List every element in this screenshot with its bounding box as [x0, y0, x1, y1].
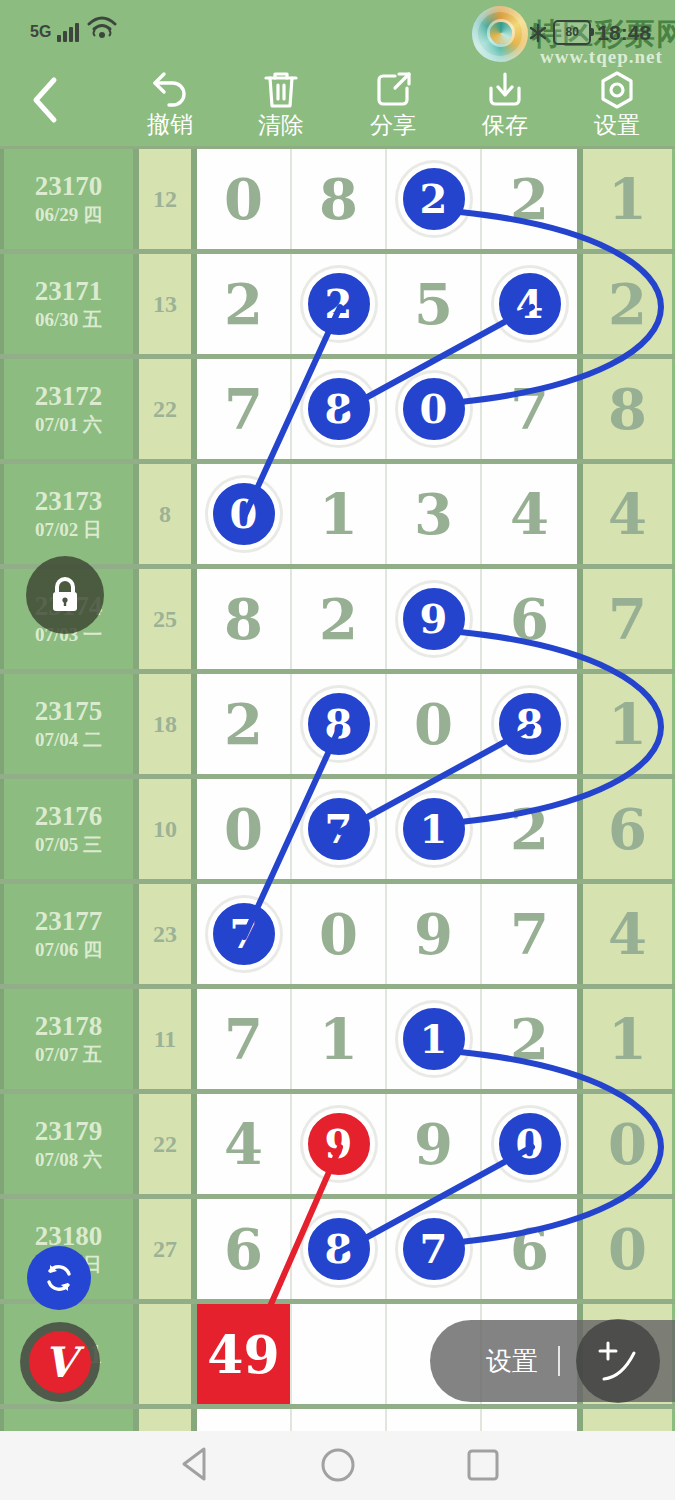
draw-row-12: [0, 1409, 675, 1431]
digit-cell[interactable]: 6: [197, 1199, 292, 1299]
digit-cell[interactable]: 0: [387, 359, 482, 459]
digit: 8: [608, 381, 647, 437]
row-label: [0, 1409, 133, 1431]
digit-cell[interactable]: 0: [583, 1094, 672, 1194]
sum-cell: 12: [139, 149, 191, 249]
digit-cell[interactable]: 4: [482, 464, 577, 564]
digit-cell[interactable]: 6: [482, 569, 577, 669]
nav-home-icon[interactable]: [320, 1447, 356, 1483]
row-label: 2317507/04 二: [0, 674, 133, 774]
row-label: 2317907/08 六: [0, 1094, 133, 1194]
undo-icon: [150, 71, 190, 109]
draw-row-23173: 2317307/02 日801344: [0, 464, 675, 569]
digit-cell[interactable]: 1: [583, 674, 672, 774]
draw-row-23175: 2317507/04 二1828081: [0, 674, 675, 779]
lock-button[interactable]: [26, 556, 104, 634]
digit-cell[interactable]: 6: [482, 1199, 577, 1299]
digit-cell[interactable]: 0: [197, 149, 292, 249]
back-button[interactable]: [28, 72, 68, 132]
digit-cell[interactable]: 9: [387, 1094, 482, 1194]
digit: 2: [510, 801, 549, 857]
toolbar: 撤销 清除 分享: [0, 60, 675, 146]
lock-icon: [47, 576, 83, 614]
digit-cell[interactable]: 2: [482, 989, 577, 1089]
add-line-icon: [594, 1337, 642, 1385]
status-left: 5G: [30, 14, 119, 48]
digit: 1: [608, 696, 647, 752]
draw-date: 07/07 五: [35, 1042, 102, 1068]
draw-tool-button[interactable]: [576, 1319, 660, 1403]
bluetooth-icon: [529, 23, 547, 43]
digit-cell[interactable]: [583, 1409, 672, 1431]
digit-cell[interactable]: 7: [197, 359, 292, 459]
draw-date: 07/04 二: [35, 727, 102, 753]
clock: 18:48: [597, 21, 651, 45]
digit-cell[interactable]: 1: [292, 464, 387, 564]
digit-cell[interactable]: [482, 1409, 577, 1431]
nav-recents-icon[interactable]: [466, 1448, 500, 1482]
save-button[interactable]: 保存: [460, 70, 550, 137]
draw-date: 07/02 日: [35, 517, 102, 543]
circled-digit-blue: 0: [398, 373, 470, 445]
row-label: 2317707/06 四: [0, 884, 133, 984]
digit-cell[interactable]: 0: [583, 1199, 672, 1299]
digit: 7: [510, 381, 549, 437]
draw-row-23177: 2317707/06 四2370974: [0, 884, 675, 989]
save-icon: [485, 70, 525, 110]
draw-row-23170: 2317006/29 四1208221: [0, 149, 675, 254]
status-right: 80 18:48: [529, 20, 651, 45]
site-logo-icon: [472, 6, 528, 62]
digit: 2: [510, 171, 549, 227]
digit: 2: [224, 696, 263, 752]
sum-cell: 23: [139, 884, 191, 984]
circled-digit-blue: 2: [303, 268, 375, 340]
nav-back-icon[interactable]: [178, 1445, 210, 1483]
digit: 9: [414, 906, 453, 962]
digit-cell[interactable]: 7: [197, 884, 292, 984]
digit-cell[interactable]: 7: [387, 1199, 482, 1299]
pill-settings-label: 设置: [486, 1344, 538, 1379]
digit-cell[interactable]: 9: [387, 884, 482, 984]
digit: 7: [510, 906, 549, 962]
row-label: 2317807/07 五: [0, 989, 133, 1089]
circled-digit-blue: 7: [398, 1213, 470, 1285]
digit: 1: [319, 1011, 358, 1067]
circled-digit-blue: 1: [398, 793, 470, 865]
digit-cell[interactable]: 0: [292, 884, 387, 984]
digit-cell[interactable]: 0: [482, 1094, 577, 1194]
digit: 6: [608, 801, 647, 857]
digit: 5: [414, 276, 453, 332]
digit: 2: [510, 1011, 549, 1067]
digit-cell[interactable]: 1: [387, 779, 482, 879]
digit: 0: [319, 906, 358, 962]
digit: 4: [608, 906, 647, 962]
confirm-glyph: V: [29, 1331, 91, 1393]
digit: 7: [608, 591, 647, 647]
digit-cell[interactable]: 2: [292, 254, 387, 354]
refresh-button[interactable]: [27, 1246, 91, 1310]
circled-digit-blue: 4: [494, 268, 566, 340]
digit-cell[interactable]: 8: [292, 359, 387, 459]
digit-cell[interactable]: 8: [197, 569, 292, 669]
status-bar: 5G 特区彩票网 www.tqep.net: [0, 0, 675, 60]
save-label: 保存: [482, 112, 528, 138]
digit: 6: [510, 1221, 549, 1277]
digit: 8: [224, 591, 263, 647]
draw-row-23180: 2318007/09 日2768760: [0, 1199, 675, 1304]
android-navbar: [0, 1431, 675, 1500]
digit: 1: [608, 171, 647, 227]
network-type-label: 5G: [30, 24, 51, 48]
period-number: 23173: [35, 486, 103, 517]
settings-label: 设置: [594, 112, 640, 138]
digit: 2: [608, 276, 647, 332]
share-icon: [373, 70, 413, 110]
wifi-icon: [85, 14, 119, 48]
sum-cell: 22: [139, 1094, 191, 1194]
digit-cell[interactable]: 6: [583, 779, 672, 879]
draw-row-23176: 2317607/05 三1007126: [0, 779, 675, 884]
circled-digit-blue: 8: [494, 688, 566, 760]
circled-digit-blue: 8: [303, 1213, 375, 1285]
app-screen: 5G 特区彩票网 www.tqep.net: [0, 0, 675, 1500]
circled-digit-blue: 8: [303, 373, 375, 445]
signal-bars-icon: [57, 23, 79, 48]
share-label: 分享: [370, 112, 416, 138]
digit-cell[interactable]: 2: [292, 569, 387, 669]
circled-digit-blue: 0: [208, 478, 280, 550]
digit: 0: [224, 171, 263, 227]
row-label: 2317006/29 四: [0, 149, 133, 249]
digit: 0: [414, 696, 453, 752]
digit: 7: [224, 1011, 263, 1067]
digit-cell[interactable]: 9: [387, 569, 482, 669]
sum-cell: 25: [139, 569, 191, 669]
digit-cell[interactable]: 7: [583, 569, 672, 669]
sum-cell: [139, 1409, 191, 1431]
confirm-button[interactable]: V: [20, 1322, 100, 1402]
digit-cell[interactable]: 8: [292, 1199, 387, 1299]
digit-cell[interactable]: 2: [482, 779, 577, 879]
sum-cell: 13: [139, 254, 191, 354]
clear-label: 清除: [258, 112, 304, 138]
digit-cell[interactable]: 8: [292, 149, 387, 249]
digit-cell[interactable]: 4: [482, 254, 577, 354]
draw-row-23178: 2317807/07 五1171121: [0, 989, 675, 1094]
sum-cell: 8: [139, 464, 191, 564]
period-number: 23170: [35, 171, 103, 202]
draw-date: 06/30 五: [35, 307, 102, 333]
sum-cell: 27: [139, 1199, 191, 1299]
period-number: 23171: [35, 276, 103, 307]
draw-row-23179: 2317907/08 六2249900: [0, 1094, 675, 1199]
period-number: 23178: [35, 1011, 103, 1042]
digit: 1: [608, 1011, 647, 1067]
settings-pill[interactable]: 设置: [430, 1320, 675, 1402]
digit-cell[interactable]: 0: [197, 464, 292, 564]
digit-cell[interactable]: 1: [583, 149, 672, 249]
digit: 0: [224, 801, 263, 857]
digit-cell[interactable]: [197, 1409, 292, 1431]
digit-cell[interactable]: 3: [387, 464, 482, 564]
digit: 4: [608, 486, 647, 542]
draw-row-23172: 2317207/01 六2278078: [0, 359, 675, 464]
sum-cell: 18: [139, 674, 191, 774]
sum-cell: 11: [139, 989, 191, 1089]
digit-cell[interactable]: 7: [197, 989, 292, 1089]
sum-cell: [139, 1304, 191, 1404]
digit-cell[interactable]: 8: [482, 674, 577, 774]
period-number: 23175: [35, 696, 103, 727]
digit-cell[interactable]: 0: [387, 674, 482, 774]
digit-cell[interactable]: 7: [482, 884, 577, 984]
digit-cell[interactable]: 1: [292, 989, 387, 1089]
circled-digit-red: 9: [303, 1108, 375, 1180]
row-label: 2317307/02 日: [0, 464, 133, 564]
digit: 6: [510, 591, 549, 647]
undo-label: 撤销: [147, 111, 193, 137]
digit: 8: [319, 171, 358, 227]
circled-digit-blue: 1: [398, 1003, 470, 1075]
trash-icon: [262, 70, 300, 110]
digit-cell[interactable]: 2: [482, 149, 577, 249]
digit-cell[interactable]: 8: [292, 674, 387, 774]
prediction-square[interactable]: 49: [197, 1304, 290, 1404]
sum-cell: 22: [139, 359, 191, 459]
circled-digit-blue: 0: [494, 1108, 566, 1180]
clear-button[interactable]: 清除: [236, 70, 326, 137]
digit-cell[interactable]: 0: [197, 779, 292, 879]
digit: 3: [414, 486, 453, 542]
digit-cell[interactable]: 4: [583, 884, 672, 984]
digit: 6: [224, 1221, 263, 1277]
circled-digit-blue: 9: [398, 583, 470, 655]
digit-cell[interactable]: 5: [387, 254, 482, 354]
digit: 0: [608, 1221, 647, 1277]
digit: 7: [224, 381, 263, 437]
battery-icon: 80: [553, 20, 591, 45]
sum-cell: 10: [139, 779, 191, 879]
undo-button[interactable]: 撤销: [125, 71, 215, 136]
trend-chart-board: 2317006/29 四12082212317106/30 五132254223…: [0, 146, 675, 1434]
period-number: 23172: [35, 381, 103, 412]
digit-cell[interactable]: 7: [482, 359, 577, 459]
circled-digit-blue: 8: [303, 688, 375, 760]
circled-digit-blue: 7: [303, 793, 375, 865]
circled-digit-blue: 2: [398, 163, 470, 235]
period-number: 23179: [35, 1116, 103, 1147]
digit: 0: [608, 1116, 647, 1172]
digit-cell[interactable]: [292, 1304, 387, 1404]
share-button[interactable]: 分享: [348, 70, 438, 137]
digit-cell[interactable]: 2: [197, 254, 292, 354]
draw-date: 07/05 三: [35, 832, 102, 858]
draw-date: 07/01 六: [35, 412, 102, 438]
digit: 4: [224, 1116, 263, 1172]
row-label: 2317106/30 五: [0, 254, 133, 354]
row-label: 2317207/01 六: [0, 359, 133, 459]
draw-date: 06/29 四: [35, 202, 102, 228]
draw-row-23171: 2317106/30 五1322542: [0, 254, 675, 359]
period-number: 23176: [35, 801, 103, 832]
digit-cell[interactable]: [387, 1409, 482, 1431]
row-label: 2317607/05 三: [0, 779, 133, 879]
digit-cell[interactable]: 1: [583, 989, 672, 1089]
digit-cell[interactable]: 2: [583, 254, 672, 354]
pill-divider: [558, 1346, 560, 1376]
digit: 2: [319, 591, 358, 647]
digit-cell[interactable]: 2: [197, 674, 292, 774]
digit: 2: [224, 276, 263, 332]
digit: 4: [510, 486, 549, 542]
digit: 1: [319, 486, 358, 542]
settings-icon: [597, 70, 637, 110]
digit-cell[interactable]: 2: [387, 149, 482, 249]
digit-cell[interactable]: [292, 1409, 387, 1431]
digit-cell[interactable]: 9: [292, 1094, 387, 1194]
digit-cell[interactable]: 7: [292, 779, 387, 879]
digit-cell[interactable]: 4: [583, 464, 672, 564]
digit-cell[interactable]: 8: [583, 359, 672, 459]
draw-date: 07/08 六: [35, 1147, 102, 1173]
digit-cell[interactable]: 49: [197, 1304, 292, 1404]
digit-cell[interactable]: 1: [387, 989, 482, 1089]
period-number: 23177: [35, 906, 103, 937]
refresh-icon: [41, 1260, 77, 1296]
settings-button[interactable]: 设置: [572, 70, 662, 137]
circled-digit-blue: 7: [208, 898, 280, 970]
digit-cell[interactable]: 4: [197, 1094, 292, 1194]
digit: 9: [414, 1116, 453, 1172]
draw-date: 07/06 四: [35, 937, 102, 963]
